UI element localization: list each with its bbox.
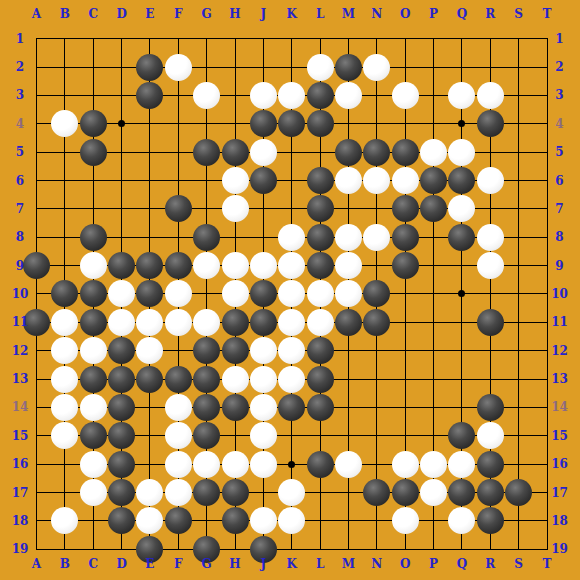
row-label-right-11: 11 [551,315,568,329]
black-stone-R16 [477,451,504,478]
black-stone-H14 [222,394,249,421]
black-stone-G5 [193,139,220,166]
black-stone-O9 [392,252,419,279]
col-label-bottom-D: D [116,557,126,571]
black-stone-G13 [193,366,220,393]
black-stone-R11 [477,309,504,336]
white-stone-F11 [165,309,192,336]
black-stone-Q8 [448,224,475,251]
black-stone-O5 [392,139,419,166]
white-stone-Q16 [448,451,475,478]
white-stone-G11 [193,309,220,336]
col-label-top-A: A [32,7,41,21]
black-stone-G8 [193,224,220,251]
white-stone-R6 [477,167,504,194]
col-label-top-K: K [286,7,296,21]
col-label-bottom-M: M [342,557,355,571]
black-stone-H11 [222,309,249,336]
black-stone-L14 [307,394,334,421]
col-label-top-D: D [116,7,126,21]
white-stone-L11 [307,309,334,336]
col-label-top-C: C [88,7,98,21]
go-board-frame: AABBCCDDEEFFGGHHJJKKLLMMNNOOPPQQRRSSTT11… [0,0,580,580]
col-label-bottom-K: K [286,557,296,571]
row-label-right-15: 15 [551,429,568,443]
white-stone-O3 [392,82,419,109]
col-label-bottom-F: F [174,557,183,571]
col-label-top-J: J [261,7,267,21]
row-label-right-10: 10 [551,287,568,301]
row-label-left-5: 5 [16,145,24,159]
star-point-K16 [288,461,295,468]
white-stone-H10 [222,280,249,307]
col-label-top-M: M [342,7,355,21]
black-stone-L4 [307,110,334,137]
row-label-right-3: 3 [555,88,563,102]
black-stone-C10 [80,280,107,307]
row-label-left-7: 7 [16,202,24,216]
white-stone-M6 [335,167,362,194]
white-stone-P17 [420,479,447,506]
white-stone-H9 [222,252,249,279]
black-stone-E2 [136,54,163,81]
white-stone-K8 [278,224,305,251]
black-stone-L3 [307,82,334,109]
white-stone-F16 [165,451,192,478]
white-stone-J14 [250,394,277,421]
black-stone-H17 [222,479,249,506]
col-label-top-N: N [371,7,382,21]
black-stone-O17 [392,479,419,506]
black-stone-L7 [307,195,334,222]
black-stone-N11 [363,309,390,336]
white-stone-C12 [80,337,107,364]
white-stone-O18 [392,507,419,534]
black-stone-L13 [307,366,334,393]
white-stone-J12 [250,337,277,364]
white-stone-F17 [165,479,192,506]
black-stone-L16 [307,451,334,478]
black-stone-C5 [80,139,107,166]
row-label-right-4: 4 [555,117,563,131]
col-label-bottom-S: S [514,557,523,571]
col-label-bottom-Q: Q [457,557,467,571]
black-stone-F13 [165,366,192,393]
white-stone-L10 [307,280,334,307]
white-stone-J13 [250,366,277,393]
black-stone-R14 [477,394,504,421]
row-label-left-19: 19 [12,542,29,556]
row-label-right-6: 6 [555,174,563,188]
white-stone-H13 [222,366,249,393]
row-label-right-1: 1 [555,32,563,46]
black-stone-F18 [165,507,192,534]
white-stone-J5 [250,139,277,166]
grid-line-v-A [36,39,37,551]
row-label-left-11: 11 [12,315,29,329]
black-stone-C11 [80,309,107,336]
white-stone-F15 [165,422,192,449]
row-label-left-9: 9 [16,259,24,273]
black-stone-J6 [250,167,277,194]
black-stone-C8 [80,224,107,251]
white-stone-F14 [165,394,192,421]
col-label-bottom-E: E [145,557,154,571]
white-stone-J3 [250,82,277,109]
black-stone-P6 [420,167,447,194]
white-stone-C16 [80,451,107,478]
black-stone-M5 [335,139,362,166]
white-stone-M8 [335,224,362,251]
black-stone-D14 [108,394,135,421]
row-label-left-14: 14 [12,400,29,414]
white-stone-F10 [165,280,192,307]
white-stone-O16 [392,451,419,478]
row-label-left-15: 15 [12,429,29,443]
row-label-right-9: 9 [555,259,563,273]
col-label-top-O: O [400,7,410,21]
white-stone-C9 [80,252,107,279]
row-label-right-12: 12 [551,344,568,358]
white-stone-M16 [335,451,362,478]
grid-line-v-S [518,39,519,551]
col-label-top-P: P [429,7,438,21]
col-label-bottom-L: L [316,557,324,571]
col-label-bottom-O: O [400,557,410,571]
col-label-bottom-T: T [543,557,552,571]
row-label-left-1: 1 [16,32,24,46]
white-stone-E11 [136,309,163,336]
row-label-right-18: 18 [551,514,568,528]
row-label-right-19: 19 [551,542,568,556]
white-stone-K3 [278,82,305,109]
col-label-bottom-H: H [229,557,240,571]
grid-line-v-T [547,39,548,551]
white-stone-R9 [477,252,504,279]
row-label-left-4: 4 [16,117,24,131]
black-stone-C15 [80,422,107,449]
white-stone-Q5 [448,139,475,166]
white-stone-B13 [51,366,78,393]
col-label-top-R: R [485,7,495,21]
col-label-bottom-J: J [261,557,267,571]
col-label-bottom-B: B [60,557,70,571]
white-stone-H16 [222,451,249,478]
black-stone-S17 [505,479,532,506]
col-label-top-G: G [202,7,212,21]
row-label-right-5: 5 [555,145,563,159]
row-label-left-8: 8 [16,230,24,244]
col-label-bottom-G: G [202,557,212,571]
black-stone-D13 [108,366,135,393]
row-label-left-10: 10 [12,287,29,301]
row-label-left-13: 13 [12,372,29,386]
black-stone-F9 [165,252,192,279]
row-label-left-2: 2 [16,60,24,74]
white-stone-C17 [80,479,107,506]
white-stone-P5 [420,139,447,166]
grid-line-h-19 [36,549,548,550]
white-stone-G16 [193,451,220,478]
white-stone-J9 [250,252,277,279]
white-stone-K13 [278,366,305,393]
black-stone-G14 [193,394,220,421]
col-label-bottom-R: R [485,557,495,571]
black-stone-L6 [307,167,334,194]
black-stone-H12 [222,337,249,364]
row-label-right-16: 16 [551,457,568,471]
col-label-top-Q: Q [457,7,467,21]
white-stone-F2 [165,54,192,81]
black-stone-C13 [80,366,107,393]
col-label-bottom-P: P [429,557,438,571]
row-label-right-8: 8 [555,230,563,244]
col-label-top-H: H [229,7,240,21]
black-stone-H18 [222,507,249,534]
white-stone-L2 [307,54,334,81]
black-stone-J4 [250,110,277,137]
black-stone-O8 [392,224,419,251]
black-stone-M2 [335,54,362,81]
col-label-bottom-N: N [371,557,382,571]
black-stone-E13 [136,366,163,393]
row-label-left-12: 12 [12,344,29,358]
white-stone-C14 [80,394,107,421]
black-stone-R18 [477,507,504,534]
black-stone-R4 [477,110,504,137]
black-stone-H5 [222,139,249,166]
row-label-left-6: 6 [16,174,24,188]
black-stone-K14 [278,394,305,421]
white-stone-R8 [477,224,504,251]
white-stone-N8 [363,224,390,251]
col-label-top-L: L [316,7,324,21]
black-stone-G17 [193,479,220,506]
black-stone-O7 [392,195,419,222]
black-stone-D16 [108,451,135,478]
col-label-bottom-A: A [32,557,41,571]
black-stone-R17 [477,479,504,506]
white-stone-M9 [335,252,362,279]
white-stone-K11 [278,309,305,336]
black-stone-M11 [335,309,362,336]
black-stone-F7 [165,195,192,222]
white-stone-D11 [108,309,135,336]
white-stone-M3 [335,82,362,109]
row-label-left-18: 18 [12,514,29,528]
black-stone-D17 [108,479,135,506]
black-stone-D9 [108,252,135,279]
white-stone-P16 [420,451,447,478]
white-stone-O6 [392,167,419,194]
black-stone-L9 [307,252,334,279]
row-label-right-13: 13 [551,372,568,386]
black-stone-L8 [307,224,334,251]
row-label-left-17: 17 [12,486,29,500]
black-stone-L12 [307,337,334,364]
black-stone-N5 [363,139,390,166]
white-stone-K17 [278,479,305,506]
row-label-right-7: 7 [555,202,563,216]
row-label-right-14: 14 [551,400,568,414]
white-stone-G3 [193,82,220,109]
black-stone-A9 [23,252,50,279]
col-label-top-B: B [60,7,70,21]
white-stone-J16 [250,451,277,478]
col-label-top-S: S [514,7,523,21]
col-label-top-F: F [174,7,183,21]
white-stone-R15 [477,422,504,449]
row-label-left-3: 3 [16,88,24,102]
row-label-right-17: 17 [551,486,568,500]
row-label-left-16: 16 [12,457,29,471]
col-label-bottom-C: C [88,557,98,571]
col-label-top-E: E [145,7,154,21]
black-stone-C4 [80,110,107,137]
col-label-top-T: T [543,7,552,21]
row-label-right-2: 2 [555,60,563,74]
white-stone-B11 [51,309,78,336]
black-stone-J11 [250,309,277,336]
white-stone-R3 [477,82,504,109]
white-stone-H6 [222,167,249,194]
white-stone-N2 [363,54,390,81]
white-stone-H7 [222,195,249,222]
white-stone-J15 [250,422,277,449]
white-stone-J18 [250,507,277,534]
